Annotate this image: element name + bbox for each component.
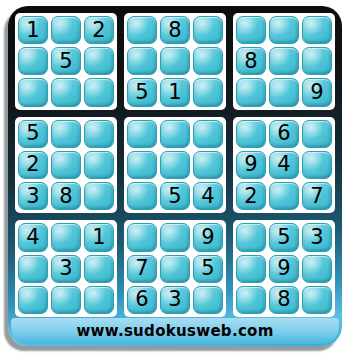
given-digit: 5 [277,227,290,248]
cell-r6c1[interactable]: 3 [18,182,48,210]
given-digit: 5 [59,51,72,72]
cell-r8c4[interactable]: 7 [127,255,157,283]
cell-r7c2[interactable] [51,223,81,251]
given-digit: 2 [26,154,39,175]
given-digit: 9 [277,258,290,279]
site-link[interactable]: www.sudokusweb.com [76,322,273,340]
given-digit: 1 [168,82,181,103]
cell-r1c5[interactable]: 8 [160,16,190,44]
box-3-2: 97563 [124,220,226,317]
given-digit: 2 [92,20,105,41]
given-digit: 5 [26,123,39,144]
cell-r3c6[interactable] [193,78,223,106]
sudoku-widget: 1258518952385469427413975635398 www.sudo… [0,0,350,360]
sudoku-board: 1258518952385469427413975635398 [15,13,335,317]
cell-r8c8[interactable]: 9 [269,255,299,283]
cell-r7c6[interactable]: 9 [193,223,223,251]
cell-r2c2[interactable]: 5 [51,47,81,75]
cell-r5c4[interactable] [127,151,157,179]
cell-r1c1[interactable]: 1 [18,16,48,44]
cell-r5c7[interactable]: 9 [236,151,266,179]
cell-r3c2[interactable] [51,78,81,106]
cell-r1c4[interactable] [127,16,157,44]
box-2-1: 5238 [15,117,117,214]
given-digit: 3 [310,227,323,248]
cell-r3c8[interactable] [269,78,299,106]
cell-r9c3[interactable] [84,286,114,314]
cell-r1c7[interactable] [236,16,266,44]
cell-r3c5[interactable]: 1 [160,78,190,106]
cell-r9c9[interactable] [302,286,332,314]
given-digit: 4 [277,154,290,175]
board-frame: 1258518952385469427413975635398 www.sudo… [8,6,342,346]
cell-r2c1[interactable] [18,47,48,75]
cell-r5c9[interactable] [302,151,332,179]
board-footer: www.sudokusweb.com [11,318,339,344]
box-1-1: 125 [15,13,117,110]
cell-r7c8[interactable]: 5 [269,223,299,251]
cell-r9c2[interactable] [51,286,81,314]
cell-r4c1[interactable]: 5 [18,120,48,148]
cell-r3c3[interactable] [84,78,114,106]
cell-r3c9[interactable]: 9 [302,78,332,106]
cell-r3c7[interactable] [236,78,266,106]
cell-r4c5[interactable] [160,120,190,148]
given-digit: 1 [92,227,105,248]
cell-r8c1[interactable] [18,255,48,283]
cell-r6c4[interactable] [127,182,157,210]
cell-r1c3[interactable]: 2 [84,16,114,44]
cell-r4c2[interactable] [51,120,81,148]
cell-r2c7[interactable]: 8 [236,47,266,75]
cell-r6c3[interactable] [84,182,114,210]
cell-r2c5[interactable] [160,47,190,75]
box-2-2: 54 [124,117,226,214]
cell-r5c6[interactable] [193,151,223,179]
given-digit: 7 [310,186,323,207]
given-digit: 1 [26,20,39,41]
given-digit: 5 [168,186,181,207]
given-digit: 8 [277,289,290,310]
cell-r4c8[interactable]: 6 [269,120,299,148]
cell-r8c7[interactable] [236,255,266,283]
given-digit: 6 [135,289,148,310]
given-digit: 6 [277,123,290,144]
given-digit: 8 [168,20,181,41]
cell-r9c5[interactable]: 3 [160,286,190,314]
cell-r2c3[interactable] [84,47,114,75]
given-digit: 8 [244,51,257,72]
cell-r4c3[interactable] [84,120,114,148]
given-digit: 8 [59,186,72,207]
given-digit: 5 [135,82,148,103]
cell-r8c2[interactable]: 3 [51,255,81,283]
cell-r5c3[interactable] [84,151,114,179]
given-digit: 4 [201,186,214,207]
cell-r1c9[interactable] [302,16,332,44]
cell-r8c9[interactable] [302,255,332,283]
cell-r9c6[interactable] [193,286,223,314]
given-digit: 9 [310,82,323,103]
cell-r1c8[interactable] [269,16,299,44]
cell-r5c8[interactable]: 4 [269,151,299,179]
box-3-1: 413 [15,220,117,317]
cell-r4c6[interactable] [193,120,223,148]
cell-r2c8[interactable] [269,47,299,75]
cell-r4c4[interactable] [127,120,157,148]
box-1-3: 89 [233,13,335,110]
cell-r7c7[interactable] [236,223,266,251]
given-digit: 7 [135,258,148,279]
cell-r3c4[interactable]: 5 [127,78,157,106]
given-digit: 3 [168,289,181,310]
cell-r8c3[interactable] [84,255,114,283]
given-digit: 3 [59,258,72,279]
cell-r6c9[interactable]: 7 [302,182,332,210]
cell-r4c9[interactable] [302,120,332,148]
cell-r8c5[interactable] [160,255,190,283]
cell-r7c3[interactable]: 1 [84,223,114,251]
given-digit: 5 [201,258,214,279]
cell-r5c2[interactable] [51,151,81,179]
cell-r6c2[interactable]: 8 [51,182,81,210]
cell-r1c2[interactable] [51,16,81,44]
given-digit: 9 [244,154,257,175]
cell-r1c6[interactable] [193,16,223,44]
cell-r6c7[interactable]: 2 [236,182,266,210]
cell-r9c7[interactable] [236,286,266,314]
cell-r3c1[interactable] [18,78,48,106]
cell-r7c5[interactable] [160,223,190,251]
box-2-3: 69427 [233,117,335,214]
cell-r9c4[interactable]: 6 [127,286,157,314]
cell-r6c6[interactable]: 4 [193,182,223,210]
cell-r4c7[interactable] [236,120,266,148]
cell-r5c1[interactable]: 2 [18,151,48,179]
cell-r2c6[interactable] [193,47,223,75]
cell-r8c6[interactable]: 5 [193,255,223,283]
given-digit: 9 [201,227,214,248]
given-digit: 2 [244,186,257,207]
box-1-2: 851 [124,13,226,110]
cell-r5c5[interactable] [160,151,190,179]
cell-r7c9[interactable]: 3 [302,223,332,251]
cell-r9c1[interactable] [18,286,48,314]
cell-r6c8[interactable] [269,182,299,210]
box-3-3: 5398 [233,220,335,317]
given-digit: 3 [26,186,39,207]
cell-r9c8[interactable]: 8 [269,286,299,314]
cell-r6c5[interactable]: 5 [160,182,190,210]
cell-r2c4[interactable] [127,47,157,75]
cell-r7c1[interactable]: 4 [18,223,48,251]
cell-r7c4[interactable] [127,223,157,251]
given-digit: 4 [26,227,39,248]
cell-r2c9[interactable] [302,47,332,75]
